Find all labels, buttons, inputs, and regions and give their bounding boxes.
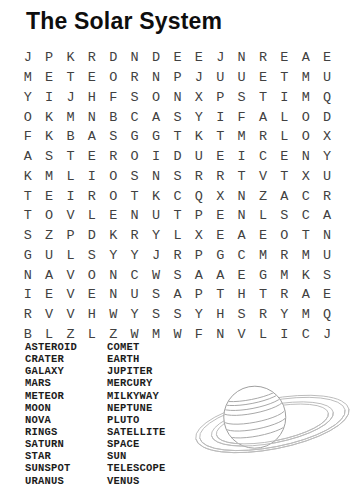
grid-cell[interactable]: O	[38, 206, 59, 226]
grid-cell[interactable]: B	[103, 107, 124, 127]
grid-cell[interactable]: O	[124, 147, 145, 167]
grid-cell[interactable]: R	[124, 226, 145, 246]
grid-cell[interactable]: T	[252, 88, 273, 108]
grid-cell[interactable]: S	[167, 107, 188, 127]
grid-cell[interactable]: O	[145, 88, 166, 108]
word-list-item: GALAXY	[25, 365, 107, 377]
grid-cell[interactable]: L	[252, 325, 273, 345]
grid-cell[interactable]: R	[316, 186, 337, 206]
grid-cell[interactable]: I	[145, 147, 166, 167]
grid-cell[interactable]: H	[231, 285, 252, 305]
grid-cell[interactable]: R	[252, 305, 273, 325]
grid-cell[interactable]: L	[274, 107, 295, 127]
grid-cell[interactable]: N	[231, 48, 252, 68]
grid-cell[interactable]: J	[316, 325, 337, 345]
grid-cell[interactable]: J	[17, 48, 38, 68]
word-list: ASTEROIDCRATERGALAXYMARSMETEORMOONNOVARI…	[25, 341, 166, 487]
grid-cell[interactable]: L	[167, 226, 188, 246]
grid-cell[interactable]: M	[295, 246, 316, 266]
grid-cell[interactable]: C	[167, 186, 188, 206]
grid-cell[interactable]: E	[210, 226, 231, 246]
grid-cell[interactable]: C	[124, 107, 145, 127]
grid-cell[interactable]: S	[81, 246, 102, 266]
grid-cell[interactable]: Y	[274, 305, 295, 325]
grid-cell[interactable]: T	[252, 285, 273, 305]
grid-cell[interactable]: E	[316, 48, 337, 68]
grid-cell[interactable]: O	[274, 226, 295, 246]
word-list-item: SPACE	[107, 438, 166, 450]
grid-cell[interactable]: E	[38, 68, 59, 88]
grid-cell[interactable]: N	[210, 325, 231, 345]
grid-cell[interactable]: E	[38, 186, 59, 206]
grid-cell[interactable]: Q	[188, 186, 209, 206]
grid-cell[interactable]: V	[60, 305, 81, 325]
grid-cell[interactable]: U	[188, 147, 209, 167]
grid-cell[interactable]: O	[17, 107, 38, 127]
grid-cell[interactable]: A	[188, 265, 209, 285]
grid-cell[interactable]: E	[316, 285, 337, 305]
grid-cell[interactable]: R	[124, 68, 145, 88]
grid-cell[interactable]: C	[124, 265, 145, 285]
grid-cell[interactable]: H	[81, 305, 102, 325]
grid-cell[interactable]: Y	[316, 147, 337, 167]
grid-cell[interactable]: J	[60, 88, 81, 108]
grid-cell[interactable]: C	[295, 186, 316, 206]
grid-cell[interactable]: T	[231, 167, 252, 187]
worksheet-page: The Solar System JPKRDNDEEJNREAEMETEORNP…	[0, 0, 354, 500]
grid-cell[interactable]: V	[60, 265, 81, 285]
grid-cell[interactable]: K	[295, 265, 316, 285]
grid-cell[interactable]: S	[17, 226, 38, 246]
grid-cell[interactable]: E	[210, 147, 231, 167]
grid-cell[interactable]: S	[231, 305, 252, 325]
grid-cell[interactable]: H	[81, 88, 102, 108]
grid-cell[interactable]: R	[17, 305, 38, 325]
grid-cell[interactable]: K	[38, 107, 59, 127]
grid-cell[interactable]: U	[316, 68, 337, 88]
grid-cell[interactable]: I	[210, 107, 231, 127]
grid-cell[interactable]: Y	[188, 107, 209, 127]
grid-cell[interactable]: D	[103, 48, 124, 68]
grid-cell[interactable]: M	[38, 167, 59, 187]
word-list-column-right: COMETEARTHJUPITERMERCURYMILKYWAYNEPTUNEP…	[107, 341, 166, 487]
grid-cell[interactable]: Z	[252, 186, 273, 206]
grid-cell[interactable]: U	[210, 68, 231, 88]
grid-cell[interactable]: I	[274, 325, 295, 345]
grid-cell[interactable]: K	[103, 226, 124, 246]
grid-cell[interactable]: G	[210, 246, 231, 266]
grid-cell[interactable]: N	[231, 186, 252, 206]
word-list-item: COMET	[107, 341, 166, 353]
grid-cell[interactable]: N	[316, 226, 337, 246]
grid-cell[interactable]: S	[145, 305, 166, 325]
word-list-item: PLUTO	[107, 414, 166, 426]
grid-cell[interactable]: E	[81, 68, 102, 88]
grid-cell[interactable]: E	[231, 265, 252, 285]
grid-cell[interactable]: L	[81, 206, 102, 226]
grid-cell[interactable]: S	[124, 167, 145, 187]
grid-cell[interactable]: T	[295, 226, 316, 246]
grid-cell[interactable]: Y	[124, 305, 145, 325]
word-list-item: ASTEROID	[25, 341, 107, 353]
word-list-item: MILKYWAY	[107, 390, 166, 402]
grid-cell[interactable]: S	[38, 147, 59, 167]
grid-cell[interactable]: R	[252, 48, 273, 68]
grid-cell[interactable]: R	[210, 167, 231, 187]
grid-cell[interactable]: X	[210, 186, 231, 206]
grid-cell[interactable]: O	[103, 68, 124, 88]
grid-cell[interactable]: T	[210, 285, 231, 305]
grid-cell[interactable]: C	[295, 325, 316, 345]
grid-cell[interactable]: K	[38, 127, 59, 147]
grid-cell[interactable]: M	[295, 305, 316, 325]
grid-cell[interactable]: I	[81, 167, 102, 187]
grid-cell[interactable]: U	[316, 167, 337, 187]
saturn-illustration	[190, 368, 354, 482]
grid-cell[interactable]: O	[81, 265, 102, 285]
word-list-item: MOON	[25, 402, 107, 414]
grid-cell[interactable]: M	[231, 127, 252, 147]
grid-cell[interactable]: S	[167, 265, 188, 285]
word-list-item: SATELLITE	[107, 426, 166, 438]
grid-cell[interactable]: F	[188, 325, 209, 345]
grid-cell[interactable]: R	[81, 48, 102, 68]
grid-cell[interactable]: A	[38, 265, 59, 285]
grid-cell[interactable]: P	[167, 68, 188, 88]
word-list-item: TELESCOPE	[107, 462, 166, 474]
grid-cell[interactable]: N	[295, 147, 316, 167]
grid-cell[interactable]: X	[188, 226, 209, 246]
grid-cell[interactable]: R	[274, 285, 295, 305]
grid-cell[interactable]: F	[17, 127, 38, 147]
grid-cell[interactable]: C	[252, 147, 273, 167]
grid-cell[interactable]: F	[103, 88, 124, 108]
grid-cell[interactable]: S	[103, 127, 124, 147]
grid-cell[interactable]: I	[60, 186, 81, 206]
grid-cell[interactable]: M	[60, 107, 81, 127]
grid-cell[interactable]: G	[17, 246, 38, 266]
grid-cell[interactable]: S	[231, 88, 252, 108]
grid-cell[interactable]: U	[38, 246, 59, 266]
grid-cell[interactable]: O	[103, 186, 124, 206]
grid-cell[interactable]: S	[316, 265, 337, 285]
grid-cell[interactable]: G	[124, 127, 145, 147]
grid-cell[interactable]: T	[124, 186, 145, 206]
grid-cell[interactable]: N	[17, 265, 38, 285]
grid-cell[interactable]: N	[167, 88, 188, 108]
grid-cell[interactable]: E	[274, 48, 295, 68]
grid-cell[interactable]: O	[295, 127, 316, 147]
grid-cell[interactable]: J	[210, 48, 231, 68]
grid-cell[interactable]: O	[295, 107, 316, 127]
grid-cell[interactable]: S	[167, 305, 188, 325]
grid-cell[interactable]: D	[316, 107, 337, 127]
grid-cell[interactable]: M	[295, 68, 316, 88]
grid-cell[interactable]: V	[38, 305, 59, 325]
grid-cell[interactable]: V	[231, 325, 252, 345]
grid-cell[interactable]: E	[103, 206, 124, 226]
grid-cell[interactable]: T	[167, 127, 188, 147]
grid-cell[interactable]: T	[60, 68, 81, 88]
grid-cell[interactable]: L	[60, 246, 81, 266]
word-list-item: CRATER	[25, 353, 107, 365]
grid-cell[interactable]: I	[274, 88, 295, 108]
grid-cell[interactable]: K	[60, 48, 81, 68]
grid-cell[interactable]: P	[188, 246, 209, 266]
word-list-item: JUPITER	[107, 365, 166, 377]
grid-cell[interactable]: Y	[188, 305, 209, 325]
grid-cell[interactable]: E	[38, 285, 59, 305]
grid-cell[interactable]: V	[60, 206, 81, 226]
grid-cell[interactable]: A	[295, 48, 316, 68]
grid-cell[interactable]: A	[167, 285, 188, 305]
grid-cell[interactable]: T	[17, 186, 38, 206]
grid-cell[interactable]: N	[145, 167, 166, 187]
grid-cell[interactable]: R	[103, 147, 124, 167]
grid-cell[interactable]: R	[252, 127, 273, 147]
grid-cell[interactable]: S	[124, 88, 145, 108]
grid-cell[interactable]: A	[145, 107, 166, 127]
grid-cell[interactable]: D	[81, 226, 102, 246]
word-list-column-left: ASTEROIDCRATERGALAXYMARSMETEORMOONNOVARI…	[25, 341, 107, 487]
grid-cell[interactable]: K	[188, 127, 209, 147]
grid-cell[interactable]: P	[60, 226, 81, 246]
grid-cell[interactable]: Y	[103, 246, 124, 266]
grid-cell[interactable]: P	[188, 285, 209, 305]
grid-cell[interactable]: T	[274, 167, 295, 187]
grid-cell[interactable]: E	[252, 226, 273, 246]
grid-cell[interactable]: E	[210, 206, 231, 226]
grid-cell[interactable]: M	[252, 246, 273, 266]
grid-cell[interactable]: R	[188, 167, 209, 187]
word-list-item: VENUS	[107, 475, 166, 487]
grid-cell[interactable]: Y	[124, 246, 145, 266]
grid-cell[interactable]: U	[124, 285, 145, 305]
word-list-item: NEPTUNE	[107, 402, 166, 414]
word-list-item: STAR	[25, 450, 107, 462]
word-list-item: MERCURY	[107, 377, 166, 389]
grid-cell[interactable]: S	[145, 285, 166, 305]
grid-cell[interactable]: P	[38, 48, 59, 68]
grid-cell[interactable]: U	[145, 206, 166, 226]
grid-cell[interactable]: I	[38, 88, 59, 108]
grid-cell[interactable]: H	[210, 305, 231, 325]
grid-cell[interactable]: A	[231, 226, 252, 246]
grid-cell[interactable]: Z	[38, 226, 59, 246]
word-list-item: MARS	[25, 377, 107, 389]
grid-cell[interactable]: A	[274, 186, 295, 206]
grid-cell[interactable]: E	[252, 68, 273, 88]
grid-cell[interactable]: E	[81, 285, 102, 305]
grid-cell[interactable]: R	[167, 246, 188, 266]
grid-cell[interactable]: T	[17, 206, 38, 226]
grid-cell[interactable]: Y	[145, 226, 166, 246]
grid-cell[interactable]: W	[145, 265, 166, 285]
grid-cell[interactable]: S	[274, 206, 295, 226]
grid-cell[interactable]: N	[145, 68, 166, 88]
grid-cell[interactable]: T	[210, 127, 231, 147]
grid-cell[interactable]: F	[231, 107, 252, 127]
grid-cell[interactable]: K	[17, 167, 38, 187]
grid-cell[interactable]: R	[81, 186, 102, 206]
word-list-item: URANUS	[25, 475, 107, 487]
grid-cell[interactable]: V	[252, 167, 273, 187]
grid-cell[interactable]: N	[103, 285, 124, 305]
word-search-grid: JPKRDNDEEJNREAEMETEORNPJUUETMUYIJHFSONXP…	[17, 48, 338, 344]
grid-cell[interactable]: P	[188, 206, 209, 226]
grid-cell[interactable]: T	[60, 147, 81, 167]
grid-cell[interactable]: C	[295, 206, 316, 226]
grid-cell[interactable]: A	[210, 265, 231, 285]
grid-cell[interactable]: B	[60, 127, 81, 147]
grid-cell[interactable]: S	[167, 167, 188, 187]
grid-cell[interactable]: Q	[316, 305, 337, 325]
grid-cell[interactable]: N	[103, 265, 124, 285]
grid-cell[interactable]: M	[17, 68, 38, 88]
word-list-item: METEOR	[25, 390, 107, 402]
word-list-item: RINGS	[25, 426, 107, 438]
grid-cell[interactable]: D	[145, 48, 166, 68]
word-list-item: NOVA	[25, 414, 107, 426]
grid-cell[interactable]: L	[274, 127, 295, 147]
grid-cell[interactable]: P	[210, 88, 231, 108]
grid-cell[interactable]: J	[145, 246, 166, 266]
word-list-item: SUNSPOT	[25, 462, 107, 474]
grid-cell[interactable]: K	[145, 186, 166, 206]
grid-cell[interactable]: A	[17, 147, 38, 167]
grid-cell[interactable]: W	[167, 325, 188, 345]
grid-cell[interactable]: M	[274, 265, 295, 285]
grid-cell[interactable]: Y	[17, 88, 38, 108]
word-list-item: SATURN	[25, 438, 107, 450]
grid-cell[interactable]: G	[252, 265, 273, 285]
word-list-item: EARTH	[107, 353, 166, 365]
grid-cell[interactable]: A	[81, 127, 102, 147]
grid-cell[interactable]: X	[316, 127, 337, 147]
grid-cell[interactable]: E	[274, 147, 295, 167]
grid-cell[interactable]: N	[231, 206, 252, 226]
grid-cell[interactable]: U	[316, 246, 337, 266]
grid-cell[interactable]: L	[60, 167, 81, 187]
grid-cell[interactable]: G	[145, 127, 166, 147]
grid-cell[interactable]: N	[124, 48, 145, 68]
grid-cell[interactable]: A	[252, 107, 273, 127]
grid-cell[interactable]: C	[231, 246, 252, 266]
grid-cell[interactable]: E	[167, 48, 188, 68]
grid-cell[interactable]: A	[316, 206, 337, 226]
grid-cell[interactable]: R	[274, 246, 295, 266]
grid-cell[interactable]: E	[81, 147, 102, 167]
grid-cell[interactable]: W	[103, 305, 124, 325]
grid-cell[interactable]: L	[252, 206, 273, 226]
grid-cell[interactable]: T	[167, 206, 188, 226]
grid-cell[interactable]: N	[124, 206, 145, 226]
grid-cell[interactable]: D	[167, 147, 188, 167]
word-list-item: SUN	[107, 450, 166, 462]
grid-cell[interactable]: E	[188, 48, 209, 68]
grid-cell[interactable]: V	[60, 285, 81, 305]
grid-cell[interactable]: J	[188, 68, 209, 88]
grid-cell[interactable]: N	[81, 107, 102, 127]
grid-cell[interactable]: I	[17, 285, 38, 305]
grid-cell[interactable]: A	[295, 285, 316, 305]
grid-cell[interactable]: X	[188, 88, 209, 108]
grid-cell[interactable]: O	[103, 167, 124, 187]
page-title: The Solar System	[26, 8, 222, 35]
grid-cell[interactable]: U	[231, 68, 252, 88]
grid-cell[interactable]: X	[295, 167, 316, 187]
grid-cell[interactable]: Q	[316, 88, 337, 108]
grid-cell[interactable]: T	[274, 68, 295, 88]
grid-cell[interactable]: M	[295, 88, 316, 108]
grid-cell[interactable]: I	[231, 147, 252, 167]
